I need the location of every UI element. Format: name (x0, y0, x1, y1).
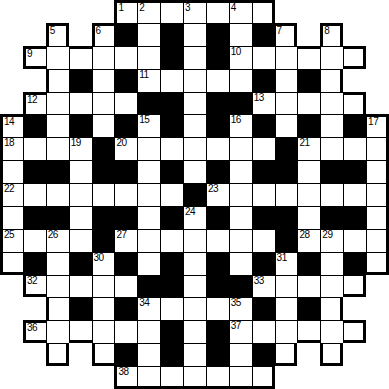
clue-number: 19 (71, 138, 81, 149)
grid-cell[interactable] (92, 320, 115, 343)
black-cell (114, 160, 137, 183)
black-cell (275, 160, 298, 183)
grid-cell[interactable] (320, 46, 343, 69)
grid-cell[interactable] (183, 160, 206, 183)
grid-cell[interactable] (229, 252, 252, 275)
grid-cell[interactable]: 33 (252, 275, 275, 298)
grid-cell[interactable]: 20 (114, 137, 137, 160)
clue-number: 38 (118, 367, 128, 378)
grid-cell[interactable] (137, 137, 160, 160)
grid-cell[interactable] (275, 114, 298, 137)
empty-space (297, 0, 320, 23)
grid-cell[interactable]: 15 (137, 114, 160, 137)
grid-cell[interactable] (183, 366, 206, 389)
grid-cell[interactable] (297, 46, 320, 69)
grid-cell[interactable] (275, 320, 298, 343)
grid-cell[interactable] (92, 297, 115, 320)
grid-cell[interactable] (252, 183, 275, 206)
empty-space (366, 46, 389, 69)
grid-cell[interactable] (183, 137, 206, 160)
black-cell (206, 252, 229, 275)
grid-cell[interactable]: 36 (23, 320, 46, 343)
grid-cell[interactable] (320, 92, 343, 115)
grid-cell[interactable]: 26 (46, 229, 69, 252)
grid-cell[interactable] (343, 320, 366, 343)
black-cell (275, 137, 298, 160)
empty-space (0, 343, 23, 366)
grid-cell[interactable] (69, 206, 92, 229)
grid-cell[interactable] (366, 137, 389, 160)
black-cell (114, 343, 137, 366)
grid-cell[interactable] (206, 366, 229, 389)
black-cell (114, 206, 137, 229)
grid-cell[interactable] (0, 160, 23, 183)
empty-space (320, 366, 343, 389)
grid-cell[interactable]: 1 (114, 0, 137, 23)
grid-cell[interactable] (297, 92, 320, 115)
grid-cell[interactable] (183, 114, 206, 137)
grid-cell[interactable] (252, 0, 275, 23)
grid-cell[interactable]: 28 (297, 229, 320, 252)
empty-space (366, 343, 389, 366)
grid-cell[interactable] (320, 69, 343, 92)
grid-cell[interactable] (229, 206, 252, 229)
grid-cell[interactable] (46, 137, 69, 160)
grid-cell[interactable] (46, 320, 69, 343)
black-cell (92, 137, 115, 160)
grid-cell[interactable] (137, 23, 160, 46)
empty-space (0, 320, 23, 343)
grid-cell[interactable] (46, 92, 69, 115)
grid-cell[interactable] (92, 46, 115, 69)
black-cell (92, 229, 115, 252)
grid-cell[interactable] (92, 343, 115, 366)
black-cell (183, 183, 206, 206)
grid-cell[interactable] (229, 229, 252, 252)
grid-cell[interactable]: 7 (275, 23, 298, 46)
black-cell (252, 114, 275, 137)
grid-cell[interactable]: 35 (229, 297, 252, 320)
black-cell (297, 69, 320, 92)
empty-space (343, 366, 366, 389)
grid-cell[interactable] (366, 160, 389, 183)
clue-number: 30 (94, 253, 104, 264)
grid-cell[interactable] (183, 23, 206, 46)
grid-cell[interactable] (46, 183, 69, 206)
grid-cell[interactable] (183, 343, 206, 366)
grid-cell[interactable]: 18 (0, 137, 23, 160)
grid-cell[interactable] (114, 275, 137, 298)
grid-cell[interactable] (275, 46, 298, 69)
clue-number: 16 (231, 115, 241, 126)
empty-space (23, 69, 46, 92)
grid-cell[interactable] (183, 92, 206, 115)
grid-cell[interactable] (275, 69, 298, 92)
grid-cell[interactable] (297, 320, 320, 343)
grid-cell[interactable]: 29 (320, 229, 343, 252)
grid-cell[interactable] (114, 183, 137, 206)
grid-cell[interactable] (320, 343, 343, 366)
black-cell (297, 297, 320, 320)
clue-number: 17 (368, 117, 378, 128)
empty-space (366, 23, 389, 46)
clue-number: 27 (116, 230, 126, 241)
grid-cell[interactable]: 31 (275, 252, 298, 275)
grid-cell[interactable]: 13 (252, 92, 275, 115)
clue-number: 31 (277, 253, 287, 264)
black-cell (114, 114, 137, 137)
black-cell (206, 275, 229, 298)
grid-cell[interactable] (206, 229, 229, 252)
grid-cell[interactable]: 12 (23, 92, 46, 115)
clue-number: 21 (299, 138, 309, 149)
empty-space (343, 297, 366, 320)
empty-space (69, 343, 92, 366)
empty-space (0, 23, 23, 46)
grid-cell[interactable] (320, 183, 343, 206)
grid-cell[interactable] (320, 252, 343, 275)
grid-cell[interactable] (137, 343, 160, 366)
black-cell (343, 160, 366, 183)
grid-cell[interactable] (229, 69, 252, 92)
grid-cell[interactable] (92, 69, 115, 92)
clue-number: 6 (96, 26, 101, 37)
grid-cell[interactable] (137, 206, 160, 229)
grid-cell[interactable] (46, 275, 69, 298)
grid-cell[interactable]: 14 (0, 114, 23, 137)
grid-cell[interactable] (92, 114, 115, 137)
grid-cell[interactable]: 38 (114, 366, 137, 389)
black-cell (46, 160, 69, 183)
grid-cell[interactable] (206, 137, 229, 160)
empty-space (366, 275, 389, 298)
grid-cell[interactable] (23, 183, 46, 206)
empty-space (0, 0, 23, 23)
black-cell (206, 92, 229, 115)
grid-cell[interactable] (275, 275, 298, 298)
grid-cell[interactable]: 11 (137, 69, 160, 92)
grid-cell[interactable]: 37 (229, 320, 252, 343)
empty-space (320, 0, 343, 23)
grid-cell[interactable]: 17 (366, 114, 389, 137)
empty-space (275, 366, 298, 389)
grid-cell[interactable] (92, 92, 115, 115)
grid-cell[interactable]: 8 (320, 23, 343, 46)
black-cell (206, 46, 229, 69)
grid-cell[interactable] (206, 297, 229, 320)
black-cell (206, 23, 229, 46)
grid-cell[interactable] (206, 69, 229, 92)
empty-space (0, 297, 23, 320)
empty-space (0, 92, 23, 115)
grid-cell[interactable] (297, 183, 320, 206)
grid-cell[interactable] (69, 320, 92, 343)
empty-space (366, 366, 389, 389)
grid-cell[interactable] (343, 92, 366, 115)
grid-cell[interactable]: 23 (206, 183, 229, 206)
clue-number: 25 (4, 230, 14, 241)
grid-cell[interactable] (183, 275, 206, 298)
empty-space (0, 366, 23, 389)
grid-cell[interactable] (23, 229, 46, 252)
black-cell (160, 252, 183, 275)
grid-cell[interactable] (160, 137, 183, 160)
grid-cell[interactable]: 2 (137, 0, 160, 23)
grid-cell[interactable] (252, 229, 275, 252)
clue-number: 34 (139, 298, 149, 309)
black-cell (23, 206, 46, 229)
grid-cell[interactable] (229, 137, 252, 160)
black-cell (206, 160, 229, 183)
empty-space (343, 23, 366, 46)
grid-cell[interactable] (114, 320, 137, 343)
black-cell (252, 206, 275, 229)
grid-cell[interactable] (343, 183, 366, 206)
grid-cell[interactable] (343, 137, 366, 160)
grid-cell[interactable] (69, 92, 92, 115)
grid-cell[interactable] (275, 297, 298, 320)
grid-cell[interactable] (275, 92, 298, 115)
black-cell (69, 252, 92, 275)
grid-cell[interactable] (320, 320, 343, 343)
clue-number: 28 (299, 230, 309, 241)
grid-cell[interactable] (343, 46, 366, 69)
grid-cell[interactable] (320, 275, 343, 298)
grid-cell[interactable] (46, 69, 69, 92)
grid-cell[interactable] (46, 252, 69, 275)
empty-space (366, 0, 389, 23)
clue-number: 7 (277, 26, 282, 37)
grid-cell[interactable] (160, 229, 183, 252)
grid-cell[interactable] (366, 206, 389, 229)
clue-number: 2 (139, 3, 144, 14)
grid-cell[interactable] (229, 343, 252, 366)
grid-cell[interactable]: 19 (69, 137, 92, 160)
grid-cell[interactable] (183, 252, 206, 275)
grid-cell[interactable] (320, 137, 343, 160)
clue-number: 36 (27, 323, 37, 334)
grid-cell[interactable] (320, 297, 343, 320)
empty-space (0, 275, 23, 298)
clue-number: 14 (4, 117, 14, 128)
empty-space (366, 69, 389, 92)
grid-cell[interactable]: 32 (23, 275, 46, 298)
empty-space (343, 69, 366, 92)
grid-cell[interactable] (183, 297, 206, 320)
black-cell (252, 23, 275, 46)
black-cell (343, 114, 366, 137)
clue-number: 9 (27, 49, 32, 60)
grid-cell[interactable]: 10 (229, 46, 252, 69)
grid-cell[interactable] (69, 160, 92, 183)
grid-cell[interactable]: 21 (297, 137, 320, 160)
grid-cell[interactable] (183, 320, 206, 343)
black-cell (252, 252, 275, 275)
grid-cell[interactable]: 16 (229, 114, 252, 137)
grid-cell[interactable] (297, 160, 320, 183)
black-cell (114, 23, 137, 46)
grid-cell[interactable] (252, 137, 275, 160)
black-cell (92, 160, 115, 183)
grid-cell[interactable] (114, 92, 137, 115)
grid-cell[interactable] (252, 320, 275, 343)
black-cell (160, 23, 183, 46)
grid-cell[interactable] (137, 229, 160, 252)
grid-cell[interactable] (46, 46, 69, 69)
grid-cell[interactable]: 4 (229, 0, 252, 23)
black-cell (252, 297, 275, 320)
grid-cell[interactable] (343, 275, 366, 298)
grid-cell[interactable]: 5 (46, 23, 69, 46)
clue-number: 10 (231, 47, 241, 58)
clue-number: 24 (185, 207, 195, 218)
black-cell (320, 206, 343, 229)
grid-cell[interactable] (0, 252, 23, 275)
black-cell (137, 275, 160, 298)
grid-cell[interactable] (137, 252, 160, 275)
empty-space (92, 0, 115, 23)
clue-number: 26 (48, 230, 58, 241)
grid-cell[interactable] (137, 46, 160, 69)
black-cell (160, 92, 183, 115)
black-cell (46, 206, 69, 229)
grid-cell[interactable] (160, 183, 183, 206)
black-cell (275, 229, 298, 252)
grid-cell[interactable]: 34 (137, 297, 160, 320)
grid-cell[interactable] (275, 183, 298, 206)
black-cell (69, 69, 92, 92)
grid-cell[interactable] (229, 160, 252, 183)
empty-space (297, 366, 320, 389)
grid-cell[interactable] (252, 366, 275, 389)
empty-space (69, 0, 92, 23)
clue-number: 12 (27, 95, 37, 106)
crossword-board: 1234567891011121314151617181920212223242… (0, 0, 389, 389)
black-cell (252, 69, 275, 92)
grid-cell[interactable]: 6 (92, 23, 115, 46)
grid-cell[interactable] (320, 114, 343, 137)
clue-number: 3 (185, 3, 190, 14)
black-cell (137, 92, 160, 115)
grid-cell[interactable] (46, 114, 69, 137)
clue-number: 13 (254, 93, 264, 104)
clue-number: 11 (139, 70, 148, 81)
empty-space (69, 366, 92, 389)
grid-cell[interactable] (114, 46, 137, 69)
empty-space (23, 0, 46, 23)
grid-cell[interactable] (0, 206, 23, 229)
clue-number: 4 (231, 3, 236, 14)
grid-cell[interactable] (92, 275, 115, 298)
grid-cell[interactable] (92, 183, 115, 206)
black-cell (160, 46, 183, 69)
grid-cell[interactable]: 22 (0, 183, 23, 206)
grid-cell[interactable] (183, 229, 206, 252)
grid-cell[interactable] (252, 46, 275, 69)
grid-cell[interactable] (297, 206, 320, 229)
grid-cell[interactable] (160, 297, 183, 320)
black-cell (343, 252, 366, 275)
black-cell (160, 114, 183, 137)
black-cell (114, 252, 137, 275)
empty-space (69, 23, 92, 46)
black-cell (252, 160, 275, 183)
grid-cell[interactable] (297, 275, 320, 298)
grid-cell[interactable] (137, 366, 160, 389)
grid-cell[interactable] (206, 0, 229, 23)
grid-cell[interactable] (366, 252, 389, 275)
grid-cell[interactable] (275, 343, 298, 366)
empty-space (366, 297, 389, 320)
black-cell (206, 320, 229, 343)
black-cell (252, 343, 275, 366)
empty-space (23, 343, 46, 366)
grid-cell[interactable] (366, 229, 389, 252)
grid-cell[interactable] (160, 0, 183, 23)
empty-space (92, 366, 115, 389)
grid-cell[interactable] (160, 366, 183, 389)
grid-cell[interactable]: 30 (92, 252, 115, 275)
grid-cell[interactable] (46, 343, 69, 366)
clue-number: 20 (116, 138, 126, 149)
grid-cell[interactable] (69, 229, 92, 252)
empty-space (275, 0, 298, 23)
clue-number: 32 (27, 276, 37, 287)
black-cell (206, 206, 229, 229)
black-cell (229, 92, 252, 115)
empty-space (366, 320, 389, 343)
grid-cell[interactable] (137, 320, 160, 343)
black-cell (297, 114, 320, 137)
grid-cell[interactable] (69, 46, 92, 69)
grid-cell[interactable] (229, 366, 252, 389)
clue-number: 18 (4, 138, 14, 149)
grid-cell[interactable]: 24 (183, 206, 206, 229)
grid-cell[interactable] (343, 229, 366, 252)
empty-space (0, 69, 23, 92)
black-cell (23, 114, 46, 137)
black-cell (114, 69, 137, 92)
grid-cell[interactable] (69, 183, 92, 206)
black-cell (160, 275, 183, 298)
black-cell (69, 114, 92, 137)
grid-cell[interactable]: 27 (114, 229, 137, 252)
grid-cell[interactable] (23, 137, 46, 160)
black-cell (275, 206, 298, 229)
empty-space (343, 0, 366, 23)
grid-cell[interactable] (183, 46, 206, 69)
grid-cell[interactable] (160, 69, 183, 92)
black-cell (69, 297, 92, 320)
grid-cell[interactable] (229, 23, 252, 46)
grid-cell[interactable] (183, 69, 206, 92)
grid-cell[interactable] (46, 297, 69, 320)
empty-space (297, 343, 320, 366)
clue-number: 1 (118, 3, 123, 14)
grid-cell[interactable] (366, 183, 389, 206)
grid-cell[interactable] (229, 183, 252, 206)
black-cell (297, 252, 320, 275)
grid-cell[interactable] (137, 183, 160, 206)
grid-cell[interactable]: 9 (23, 46, 46, 69)
black-cell (206, 114, 229, 137)
grid-cell[interactable]: 3 (183, 0, 206, 23)
grid-cell[interactable] (137, 160, 160, 183)
grid-cell[interactable]: 25 (0, 229, 23, 252)
grid-cell[interactable] (69, 275, 92, 298)
black-cell (160, 160, 183, 183)
black-cell (160, 343, 183, 366)
